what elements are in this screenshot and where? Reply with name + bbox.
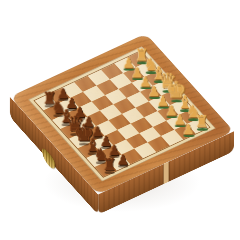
fold-seam — [164, 162, 169, 184]
black-rook[interactable]: ♜ — [98, 157, 122, 173]
travel-chess-set-photo: ♜♟♟♜♞♟♟♞♝♟♟♝♛♟♟♛♚♟♟♚♝♟♟♝♞♟♟♞♜♟♟♜ — [0, 0, 240, 240]
white-pawn[interactable]: ♟ — [177, 122, 201, 136]
